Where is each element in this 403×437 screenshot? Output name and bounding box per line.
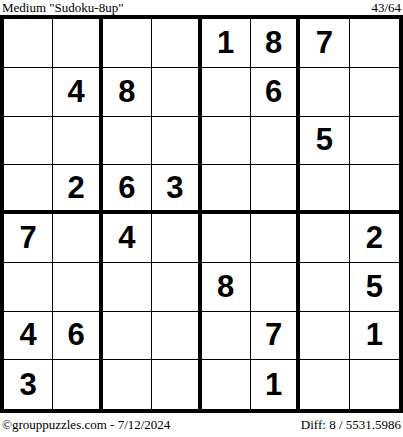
empty-cell-r2c1[interactable]	[4, 68, 53, 117]
given-cell-r2c2: 4	[53, 68, 102, 117]
empty-cell-r8c5[interactable]	[202, 360, 251, 409]
empty-cell-r4c5[interactable]	[202, 165, 251, 214]
given-cell-r6c5: 8	[202, 263, 251, 312]
given-cell-r5c3: 4	[103, 214, 152, 263]
empty-cell-r8c4[interactable]	[152, 360, 201, 409]
header: Medium "Sudoku-8up" 43/64	[2, 0, 401, 15]
empty-cell-r6c6[interactable]	[251, 263, 300, 312]
empty-cell-r1c8[interactable]	[350, 19, 399, 68]
given-cell-r7c6: 7	[251, 312, 300, 361]
empty-cell-r6c3[interactable]	[103, 263, 152, 312]
sudoku-board: 187486526374285467131	[0, 15, 403, 413]
empty-cell-r3c6[interactable]	[251, 117, 300, 166]
given-cell-r1c5: 1	[202, 19, 251, 68]
empty-cell-r6c7[interactable]	[300, 263, 349, 312]
empty-cell-r3c5[interactable]	[202, 117, 251, 166]
empty-cell-r8c2[interactable]	[53, 360, 102, 409]
given-cell-r3c7: 5	[300, 117, 349, 166]
copyright-text: ©grouppuzzles.com - 7/12/2024	[2, 417, 170, 433]
empty-cell-r7c5[interactable]	[202, 312, 251, 361]
given-cell-r7c8: 1	[350, 312, 399, 361]
given-cell-r4c2: 2	[53, 165, 102, 214]
empty-cell-r3c3[interactable]	[103, 117, 152, 166]
empty-cell-r2c4[interactable]	[152, 68, 201, 117]
given-cell-r1c7: 7	[300, 19, 349, 68]
given-cell-r7c1: 4	[4, 312, 53, 361]
given-cell-r4c3: 6	[103, 165, 152, 214]
empty-cell-r4c6[interactable]	[251, 165, 300, 214]
empty-cell-r2c7[interactable]	[300, 68, 349, 117]
empty-cell-r4c8[interactable]	[350, 165, 399, 214]
remaining-counter: 43/64	[371, 1, 401, 15]
given-cell-r1c6: 8	[251, 19, 300, 68]
difficulty-text: Diff: 8 / 5531.5986	[301, 417, 401, 433]
empty-cell-r6c1[interactable]	[4, 263, 53, 312]
empty-cell-r7c7[interactable]	[300, 312, 349, 361]
given-cell-r4c4: 3	[152, 165, 201, 214]
puzzle-title: Medium "Sudoku-8up"	[2, 1, 123, 15]
empty-cell-r8c8[interactable]	[350, 360, 399, 409]
given-cell-r8c6: 1	[251, 360, 300, 409]
empty-cell-r8c3[interactable]	[103, 360, 152, 409]
empty-cell-r4c7[interactable]	[300, 165, 349, 214]
given-cell-r8c1: 3	[4, 360, 53, 409]
empty-cell-r3c4[interactable]	[152, 117, 201, 166]
puzzle-page: Medium "Sudoku-8up" 43/64 18748652637428…	[0, 0, 403, 437]
empty-cell-r3c1[interactable]	[4, 117, 53, 166]
empty-cell-r5c4[interactable]	[152, 214, 201, 263]
empty-cell-r6c4[interactable]	[152, 263, 201, 312]
given-cell-r7c2: 6	[53, 312, 102, 361]
given-cell-r2c6: 6	[251, 68, 300, 117]
given-cell-r6c8: 5	[350, 263, 399, 312]
empty-cell-r5c2[interactable]	[53, 214, 102, 263]
empty-cell-r5c6[interactable]	[251, 214, 300, 263]
empty-cell-r2c8[interactable]	[350, 68, 399, 117]
empty-cell-r8c7[interactable]	[300, 360, 349, 409]
footer: ©grouppuzzles.com - 7/12/2024 Diff: 8 / …	[2, 415, 401, 435]
empty-cell-r1c4[interactable]	[152, 19, 201, 68]
empty-cell-r3c8[interactable]	[350, 117, 399, 166]
empty-cell-r7c4[interactable]	[152, 312, 201, 361]
empty-cell-r1c1[interactable]	[4, 19, 53, 68]
empty-cell-r3c2[interactable]	[53, 117, 102, 166]
empty-cell-r1c2[interactable]	[53, 19, 102, 68]
empty-cell-r7c3[interactable]	[103, 312, 152, 361]
empty-cell-r2c5[interactable]	[202, 68, 251, 117]
given-cell-r5c8: 2	[350, 214, 399, 263]
given-cell-r5c1: 7	[4, 214, 53, 263]
empty-cell-r6c2[interactable]	[53, 263, 102, 312]
empty-cell-r1c3[interactable]	[103, 19, 152, 68]
given-cell-r2c3: 8	[103, 68, 152, 117]
empty-cell-r5c5[interactable]	[202, 214, 251, 263]
empty-cell-r5c7[interactable]	[300, 214, 349, 263]
empty-cell-r4c1[interactable]	[4, 165, 53, 214]
